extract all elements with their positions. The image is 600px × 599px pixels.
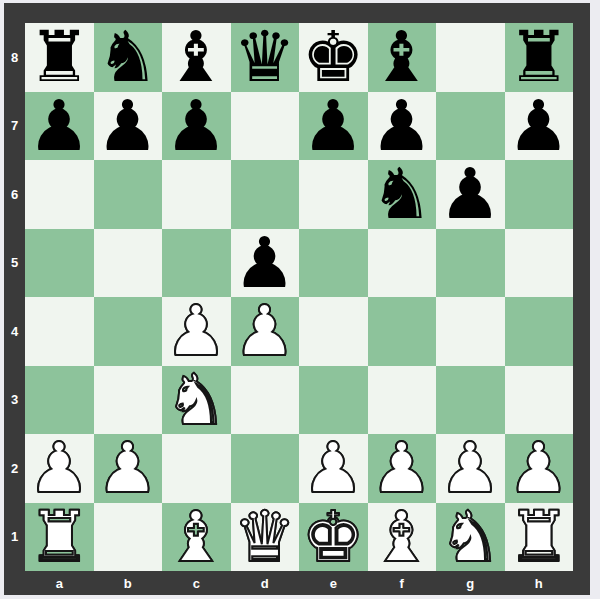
- square-c8[interactable]: ♝: [162, 23, 231, 92]
- white-pawn[interactable]: ♟: [28, 434, 91, 503]
- white-knight[interactable]: ♞: [165, 366, 228, 435]
- square-b6[interactable]: [94, 160, 163, 229]
- white-pawn[interactable]: ♟: [165, 297, 228, 366]
- square-a6[interactable]: [25, 160, 94, 229]
- white-pawn[interactable]: ♟: [439, 434, 502, 503]
- black-rook[interactable]: ♜: [507, 23, 570, 92]
- square-h8[interactable]: ♜: [505, 23, 574, 92]
- black-pawn[interactable]: ♟: [233, 229, 296, 298]
- white-pawn[interactable]: ♟: [370, 434, 433, 503]
- black-pawn[interactable]: ♟: [370, 92, 433, 161]
- square-e5[interactable]: [299, 229, 368, 298]
- square-h5[interactable]: [505, 229, 574, 298]
- square-h1[interactable]: ♜: [505, 503, 574, 572]
- square-e8[interactable]: ♚: [299, 23, 368, 92]
- square-d6[interactable]: [231, 160, 300, 229]
- square-a7[interactable]: ♟: [25, 92, 94, 161]
- rank-label-6: 6: [4, 160, 25, 229]
- rank-label-4: 4: [4, 297, 25, 366]
- square-c3[interactable]: ♞: [162, 366, 231, 435]
- square-g6[interactable]: ♟: [436, 160, 505, 229]
- square-h6[interactable]: [505, 160, 574, 229]
- rank-labels: 87654321: [4, 23, 25, 571]
- white-pawn[interactable]: ♟: [507, 434, 570, 503]
- square-f2[interactable]: ♟: [368, 434, 437, 503]
- white-queen[interactable]: ♛: [233, 503, 296, 572]
- chess-board[interactable]: ♜♞♝♛♚♝♜♟♟♟♟♟♟♞♟♟♟♟♞♟♟♟♟♟♟♜♝♛♚♝♞♜: [25, 23, 573, 571]
- square-g2[interactable]: ♟: [436, 434, 505, 503]
- square-e1[interactable]: ♚: [299, 503, 368, 572]
- square-f1[interactable]: ♝: [368, 503, 437, 572]
- square-h7[interactable]: ♟: [505, 92, 574, 161]
- square-g1[interactable]: ♞: [436, 503, 505, 572]
- square-c5[interactable]: [162, 229, 231, 298]
- black-queen[interactable]: ♛: [233, 23, 296, 92]
- square-b5[interactable]: [94, 229, 163, 298]
- square-b4[interactable]: [94, 297, 163, 366]
- square-a4[interactable]: [25, 297, 94, 366]
- square-d8[interactable]: ♛: [231, 23, 300, 92]
- square-g5[interactable]: [436, 229, 505, 298]
- black-rook[interactable]: ♜: [28, 23, 91, 92]
- black-pawn[interactable]: ♟: [28, 92, 91, 161]
- square-e6[interactable]: [299, 160, 368, 229]
- square-h4[interactable]: [505, 297, 574, 366]
- square-g8[interactable]: [436, 23, 505, 92]
- square-d1[interactable]: ♛: [231, 503, 300, 572]
- rank-label-1: 1: [4, 503, 25, 572]
- square-a3[interactable]: [25, 366, 94, 435]
- white-knight[interactable]: ♞: [439, 503, 502, 572]
- black-knight[interactable]: ♞: [370, 160, 433, 229]
- square-g4[interactable]: [436, 297, 505, 366]
- square-d7[interactable]: [231, 92, 300, 161]
- white-pawn[interactable]: ♟: [233, 297, 296, 366]
- square-h2[interactable]: ♟: [505, 434, 574, 503]
- black-bishop[interactable]: ♝: [370, 23, 433, 92]
- white-rook[interactable]: ♜: [507, 503, 570, 572]
- square-c7[interactable]: ♟: [162, 92, 231, 161]
- black-king[interactable]: ♚: [302, 23, 365, 92]
- square-a2[interactable]: ♟: [25, 434, 94, 503]
- square-a8[interactable]: ♜: [25, 23, 94, 92]
- square-b1[interactable]: [94, 503, 163, 572]
- black-pawn[interactable]: ♟: [165, 92, 228, 161]
- square-b3[interactable]: [94, 366, 163, 435]
- rank-label-2: 2: [4, 434, 25, 503]
- square-d2[interactable]: [231, 434, 300, 503]
- square-e3[interactable]: [299, 366, 368, 435]
- rank-label-5: 5: [4, 229, 25, 298]
- square-c4[interactable]: ♟: [162, 297, 231, 366]
- square-g7[interactable]: [436, 92, 505, 161]
- black-bishop[interactable]: ♝: [165, 23, 228, 92]
- square-e7[interactable]: ♟: [299, 92, 368, 161]
- square-d3[interactable]: [231, 366, 300, 435]
- square-f8[interactable]: ♝: [368, 23, 437, 92]
- square-f6[interactable]: ♞: [368, 160, 437, 229]
- white-pawn[interactable]: ♟: [96, 434, 159, 503]
- rank-label-8: 8: [4, 23, 25, 92]
- square-c6[interactable]: [162, 160, 231, 229]
- file-label-b: b: [94, 571, 163, 595]
- square-e2[interactable]: ♟: [299, 434, 368, 503]
- square-a1[interactable]: ♜: [25, 503, 94, 572]
- square-g3[interactable]: [436, 366, 505, 435]
- square-f4[interactable]: [368, 297, 437, 366]
- rank-label-7: 7: [4, 92, 25, 161]
- rank-label-3: 3: [4, 366, 25, 435]
- black-pawn[interactable]: ♟: [96, 92, 159, 161]
- square-f5[interactable]: [368, 229, 437, 298]
- square-c2[interactable]: [162, 434, 231, 503]
- square-f7[interactable]: ♟: [368, 92, 437, 161]
- square-e4[interactable]: [299, 297, 368, 366]
- white-bishop[interactable]: ♝: [370, 503, 433, 572]
- square-f3[interactable]: [368, 366, 437, 435]
- black-pawn[interactable]: ♟: [302, 92, 365, 161]
- square-b7[interactable]: ♟: [94, 92, 163, 161]
- white-bishop[interactable]: ♝: [165, 503, 228, 572]
- square-d5[interactable]: ♟: [231, 229, 300, 298]
- square-c1[interactable]: ♝: [162, 503, 231, 572]
- square-b2[interactable]: ♟: [94, 434, 163, 503]
- white-rook[interactable]: ♜: [28, 503, 91, 572]
- black-pawn[interactable]: ♟: [439, 160, 502, 229]
- square-d4[interactable]: ♟: [231, 297, 300, 366]
- black-knight[interactable]: ♞: [96, 23, 159, 92]
- black-pawn[interactable]: ♟: [507, 92, 570, 161]
- square-a5[interactable]: [25, 229, 94, 298]
- white-king[interactable]: ♚: [302, 503, 365, 572]
- white-pawn[interactable]: ♟: [302, 434, 365, 503]
- square-b8[interactable]: ♞: [94, 23, 163, 92]
- square-h3[interactable]: [505, 366, 574, 435]
